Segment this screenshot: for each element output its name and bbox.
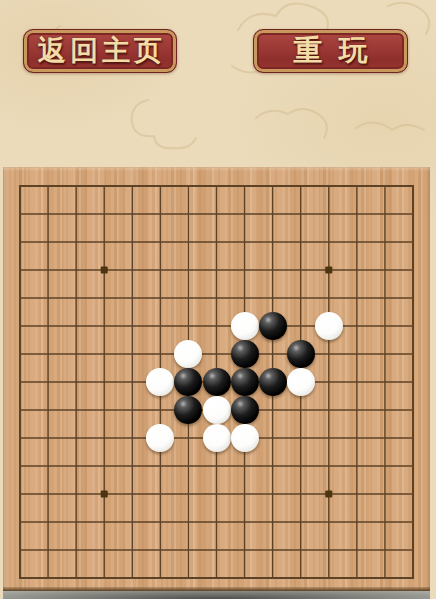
home-button-label: 返回主页 <box>34 32 166 70</box>
replay-button[interactable]: 重玩 <box>253 29 408 73</box>
black-stone <box>287 340 315 368</box>
white-stone <box>231 312 259 340</box>
black-stone <box>259 368 287 396</box>
replay-button-label: 重玩 <box>278 31 384 71</box>
gomoku-app: { "game": { "name": "Gomoku (Five in a R… <box>0 0 436 599</box>
board-edge-shadow <box>3 591 430 599</box>
black-stone <box>231 340 259 368</box>
gomoku-board[interactable] <box>3 167 430 591</box>
black-stone <box>231 368 259 396</box>
black-stone <box>259 312 287 340</box>
home-button[interactable]: 返回主页 <box>23 29 177 73</box>
white-stone <box>203 396 231 424</box>
black-stone <box>203 368 231 396</box>
cloud-pattern <box>0 0 436 170</box>
white-stone <box>287 368 315 396</box>
white-stone <box>231 424 259 452</box>
white-stone <box>203 424 231 452</box>
black-stone <box>231 396 259 424</box>
white-stone <box>315 312 343 340</box>
